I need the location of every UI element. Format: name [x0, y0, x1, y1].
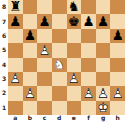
- square-f1[interactable]: [81, 101, 96, 115]
- square-b2[interactable]: ♟♙: [23, 86, 38, 100]
- square-c3[interactable]: [37, 72, 52, 86]
- square-g5[interactable]: [96, 43, 111, 57]
- piece-outline-layer: ♘: [52, 58, 67, 72]
- piece-glyph: ♟: [96, 14, 111, 28]
- piece-black-pawn[interactable]: ♟: [96, 14, 111, 28]
- square-h1[interactable]: [110, 101, 125, 115]
- rank-label-3: 3: [0, 72, 8, 86]
- square-h6[interactable]: ♟: [110, 29, 125, 43]
- file-label-e: e: [67, 115, 82, 123]
- square-c4[interactable]: [37, 58, 52, 72]
- rank-label-6: 6: [0, 29, 8, 43]
- piece-white-king[interactable]: ♚♔: [96, 101, 111, 115]
- piece-outline-layer: ♙: [110, 86, 125, 100]
- file-label-b: b: [23, 115, 38, 123]
- square-d3[interactable]: [52, 72, 67, 86]
- square-h8[interactable]: [110, 0, 125, 14]
- piece-glyph: ♟: [37, 14, 52, 28]
- piece-black-pawn[interactable]: ♟: [37, 14, 52, 28]
- square-a3[interactable]: ♟♙: [8, 72, 23, 86]
- piece-white-knight[interactable]: ♞♘: [52, 58, 67, 72]
- square-b5[interactable]: [23, 43, 38, 57]
- piece-black-pawn[interactable]: ♟: [81, 14, 96, 28]
- square-e7[interactable]: ♚: [67, 14, 82, 28]
- file-label-h: h: [110, 115, 125, 123]
- chess-board-diagram: 87654321 ♜♞♟♟♚♟♟♟♟♟♙♞♘♟♙♟♙♟♙♟♙♟♙♟♙♚♔ abc…: [0, 0, 125, 123]
- square-d4[interactable]: ♞♘: [52, 58, 67, 72]
- square-a2[interactable]: [8, 86, 23, 100]
- rank-label-5: 5: [0, 43, 8, 57]
- piece-outline-layer: ♙: [67, 72, 82, 86]
- square-h2[interactable]: ♟♙: [110, 86, 125, 100]
- square-a5[interactable]: [8, 43, 23, 57]
- square-d6[interactable]: [52, 29, 67, 43]
- piece-white-pawn[interactable]: ♟♙: [110, 86, 125, 100]
- square-f6[interactable]: [81, 29, 96, 43]
- piece-glyph: ♟: [8, 14, 23, 28]
- square-a7[interactable]: ♟: [8, 14, 23, 28]
- square-d8[interactable]: [52, 0, 67, 14]
- chess-board[interactable]: ♜♞♟♟♚♟♟♟♟♟♙♞♘♟♙♟♙♟♙♟♙♟♙♟♙♚♔: [8, 0, 125, 115]
- piece-glyph: ♚: [67, 14, 82, 28]
- square-b4[interactable]: [23, 58, 38, 72]
- file-label-d: d: [52, 115, 67, 123]
- piece-black-pawn[interactable]: ♟: [23, 29, 38, 43]
- piece-outline-layer: ♙: [81, 86, 96, 100]
- piece-white-pawn[interactable]: ♟♙: [67, 72, 82, 86]
- square-d1[interactable]: [52, 101, 67, 115]
- square-g6[interactable]: [96, 29, 111, 43]
- rank-label-4: 4: [0, 58, 8, 72]
- piece-white-pawn[interactable]: ♟♙: [23, 86, 38, 100]
- piece-black-king[interactable]: ♚: [67, 14, 82, 28]
- piece-outline-layer: ♙: [8, 72, 23, 86]
- square-f2[interactable]: ♟♙: [81, 86, 96, 100]
- square-d7[interactable]: [52, 14, 67, 28]
- rank-label-2: 2: [0, 86, 8, 100]
- square-c2[interactable]: [37, 86, 52, 100]
- square-b8[interactable]: [23, 0, 38, 14]
- square-c5[interactable]: ♟♙: [37, 43, 52, 57]
- piece-glyph: ♟: [81, 14, 96, 28]
- file-label-f: f: [81, 115, 96, 123]
- square-c6[interactable]: [37, 29, 52, 43]
- square-h4[interactable]: [110, 58, 125, 72]
- square-e6[interactable]: [67, 29, 82, 43]
- piece-white-pawn[interactable]: ♟♙: [81, 86, 96, 100]
- square-f7[interactable]: ♟: [81, 14, 96, 28]
- file-label-a: a: [8, 115, 23, 123]
- square-a6[interactable]: [8, 29, 23, 43]
- piece-outline-layer: ♙: [37, 43, 52, 57]
- square-g4[interactable]: [96, 58, 111, 72]
- square-e2[interactable]: [67, 86, 82, 100]
- square-c1[interactable]: [37, 101, 52, 115]
- piece-glyph: ♟: [110, 29, 125, 43]
- piece-black-pawn[interactable]: ♟: [8, 14, 23, 28]
- square-b6[interactable]: ♟: [23, 29, 38, 43]
- rank-labels: 87654321: [0, 0, 8, 115]
- square-e3[interactable]: ♟♙: [67, 72, 82, 86]
- rank-label-1: 1: [0, 101, 8, 115]
- rank-label-7: 7: [0, 14, 8, 28]
- square-f5[interactable]: [81, 43, 96, 57]
- square-h5[interactable]: [110, 43, 125, 57]
- piece-outline-layer: ♔: [96, 101, 111, 115]
- rank-label-8: 8: [0, 0, 8, 14]
- square-f4[interactable]: [81, 58, 96, 72]
- piece-glyph: ♟: [23, 29, 38, 43]
- piece-white-pawn[interactable]: ♟♙: [8, 72, 23, 86]
- square-b1[interactable]: [23, 101, 38, 115]
- piece-outline-layer: ♙: [23, 86, 38, 100]
- file-label-c: c: [37, 115, 52, 123]
- square-d2[interactable]: [52, 86, 67, 100]
- square-a1[interactable]: [8, 101, 23, 115]
- square-c7[interactable]: ♟: [37, 14, 52, 28]
- square-e5[interactable]: [67, 43, 82, 57]
- piece-white-pawn[interactable]: ♟♙: [37, 43, 52, 57]
- square-e1[interactable]: [67, 101, 82, 115]
- file-labels: abcdefgh: [8, 115, 125, 123]
- piece-black-pawn[interactable]: ♟: [110, 29, 125, 43]
- file-label-g: g: [96, 115, 111, 123]
- square-g1[interactable]: ♚♔: [96, 101, 111, 115]
- square-g7[interactable]: ♟: [96, 14, 111, 28]
